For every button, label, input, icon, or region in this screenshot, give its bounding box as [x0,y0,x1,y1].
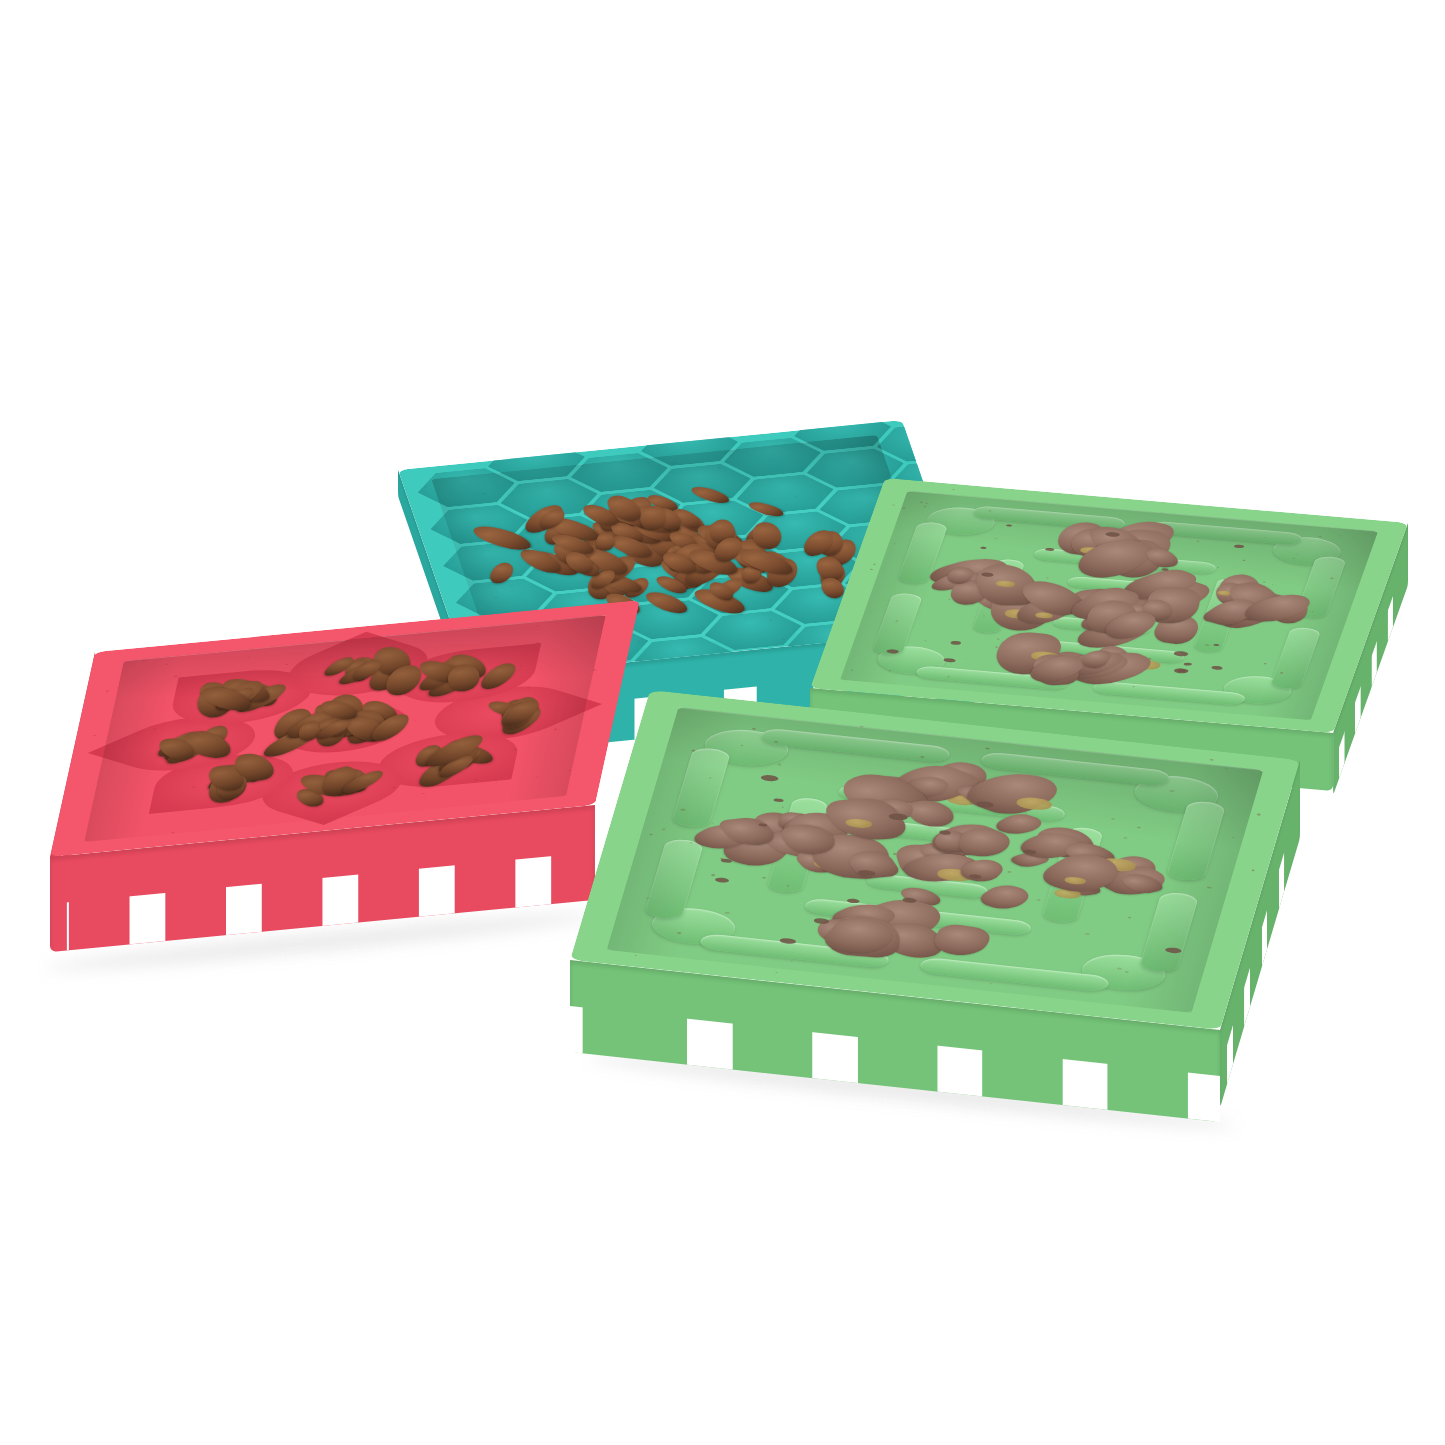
food-crumb [814,918,830,924]
food-crumb [1183,663,1192,666]
product-photo [0,0,1445,1445]
food-crumb [1005,524,1013,527]
tray-surface [810,478,1408,733]
food-layer [810,478,1408,733]
food-crumb [1211,666,1224,671]
food-crumb [1233,544,1245,548]
food-crumb [760,774,779,782]
kibble-piece [639,589,694,616]
food-crumb [1173,651,1189,657]
food-crumb [1045,547,1056,551]
kibble-piece [596,532,616,551]
wet-food-blob [972,882,1038,912]
food-crumb [885,649,899,654]
food-crumb [1165,947,1183,954]
kibble-piece [486,562,516,583]
food-crumb [720,858,733,863]
kibble-piece [448,663,480,694]
food-crumb [980,547,987,550]
food-crumb [1213,644,1220,647]
kibble-piece [686,484,735,505]
food-crumb [943,658,957,663]
food-crumb [779,938,797,945]
food-crumb [773,798,785,803]
food-crumb [714,877,730,883]
food-crumb [950,641,962,645]
food-crumb [846,898,860,904]
kibble-piece [744,500,789,519]
food-crumb [1173,668,1189,674]
